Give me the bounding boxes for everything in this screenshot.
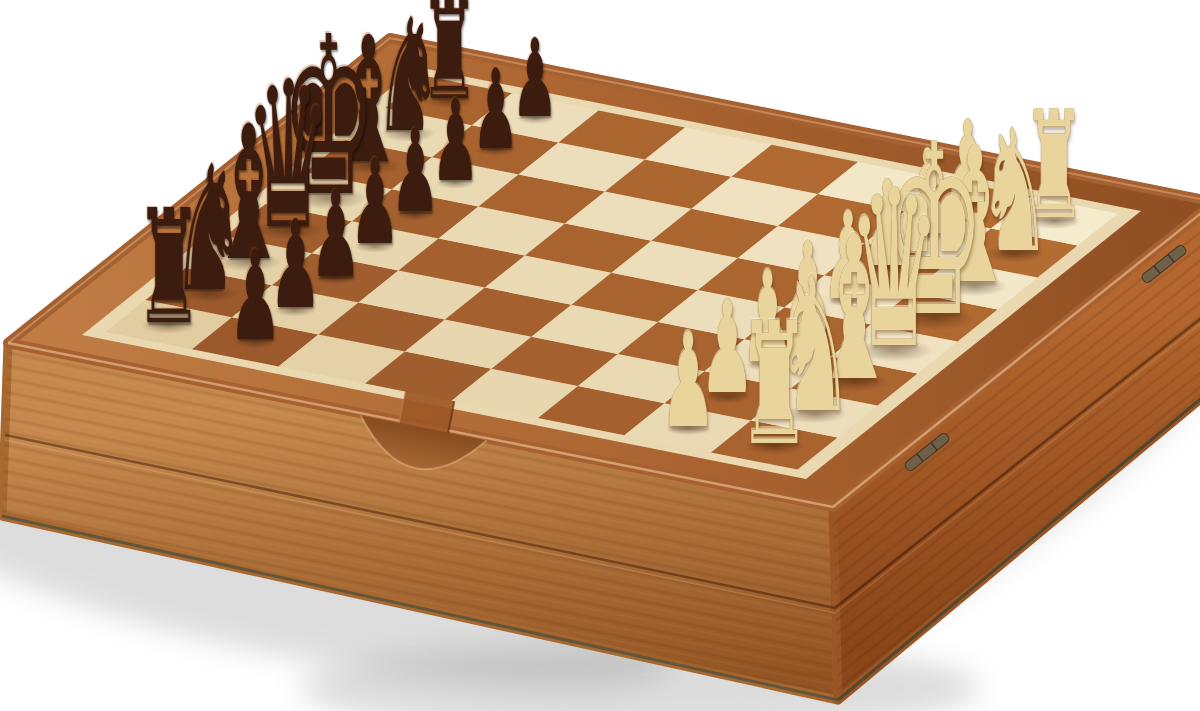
piece-white-rook[interactable]: ♜ <box>720 360 829 469</box>
scene: ♜♟♞♟♝♟♚♟♟♜♛♟♟♞♝♟♟♝♞♟♟♚♜♟♟♛♟♝♟♞♟♜ <box>0 0 1200 711</box>
piece-black-rook[interactable]: ♜ <box>118 245 220 347</box>
piece-black-pawn[interactable]: ♟ <box>215 279 295 359</box>
piece-white-pawn[interactable]: ♟ <box>646 362 730 446</box>
